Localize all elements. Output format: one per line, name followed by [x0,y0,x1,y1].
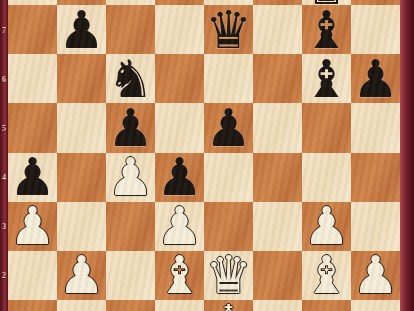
piece-black-pawn: ♟ [58,4,105,56]
square-a5 [8,103,57,152]
square-e4 [204,153,253,202]
piece-white-bishop: ♝ [303,249,350,301]
square-g1 [302,300,351,311]
square-g5 [302,103,351,152]
square-e2: ♛ [204,251,253,300]
square-a6 [8,54,57,103]
square-f2 [253,251,302,300]
square-d4: ♟ [155,153,204,202]
square-f1 [253,300,302,311]
square-f4 [253,153,302,202]
rank-label-7: 7 [0,26,8,36]
piece-white-king-partial: ♚ [205,298,252,311]
square-b1 [57,300,106,311]
square-c6: ♞ [106,54,155,103]
square-d1 [155,300,204,311]
square-b2: ♟ [57,251,106,300]
square-c7 [106,5,155,54]
piece-white-bishop: ♝ [156,249,203,301]
chess-board-diagram: ♚♟♛♝♞♝♟♟♟♟♟♟♟♟♟♟♝♛♝♟♚ 765432 [0,0,414,311]
square-h4 [351,153,400,202]
square-e6 [204,54,253,103]
square-h2: ♟ [351,251,400,300]
board-frame-left [0,0,8,311]
square-f3 [253,202,302,251]
square-a4: ♟ [8,153,57,202]
piece-black-pawn: ♟ [205,102,252,154]
square-b3 [57,202,106,251]
square-h1 [351,300,400,311]
square-a1 [8,300,57,311]
square-g4 [302,153,351,202]
square-e7: ♛ [204,5,253,54]
piece-black-pawn: ♟ [352,53,399,105]
square-g3: ♟ [302,202,351,251]
square-g6: ♝ [302,54,351,103]
board-grid: ♚♟♛♝♞♝♟♟♟♟♟♟♟♟♟♟♝♛♝♟♚ [8,0,400,311]
piece-black-king-partial: ♚ [303,0,350,12]
square-f7 [253,5,302,54]
square-f5 [253,103,302,152]
square-c2 [106,251,155,300]
square-h7 [351,5,400,54]
piece-white-pawn: ♟ [107,151,154,203]
square-b4 [57,153,106,202]
square-h5 [351,103,400,152]
square-e3 [204,202,253,251]
square-b7: ♟ [57,5,106,54]
square-b6 [57,54,106,103]
piece-black-queen: ♛ [205,4,252,56]
rank-label-6: 6 [0,75,8,85]
piece-white-pawn: ♟ [58,249,105,301]
square-d2: ♝ [155,251,204,300]
rank-label-4: 4 [0,173,8,183]
square-e5: ♟ [204,103,253,152]
square-c5: ♟ [106,103,155,152]
square-g8: ♚ [302,0,351,5]
square-d3: ♟ [155,202,204,251]
square-c3 [106,202,155,251]
square-e1: ♚ [204,300,253,311]
square-f6 [253,54,302,103]
board-frame-right [400,0,414,311]
square-h3 [351,202,400,251]
piece-white-pawn: ♟ [352,249,399,301]
square-a2 [8,251,57,300]
board-area: ♚♟♛♝♞♝♟♟♟♟♟♟♟♟♟♟♝♛♝♟♚ [8,0,400,311]
square-g2: ♝ [302,251,351,300]
square-c1 [106,300,155,311]
square-d7 [155,5,204,54]
square-b5 [57,103,106,152]
rank-label-2: 2 [0,271,8,281]
square-d6 [155,54,204,103]
piece-black-knight: ♞ [107,53,154,105]
square-h6: ♟ [351,54,400,103]
rank-label-3: 3 [0,222,8,232]
square-a7 [8,5,57,54]
piece-black-bishop: ♝ [303,53,350,105]
square-a3: ♟ [8,202,57,251]
rank-label-5: 5 [0,124,8,134]
piece-white-pawn: ♟ [9,200,56,252]
square-c4: ♟ [106,153,155,202]
square-d5 [155,103,204,152]
